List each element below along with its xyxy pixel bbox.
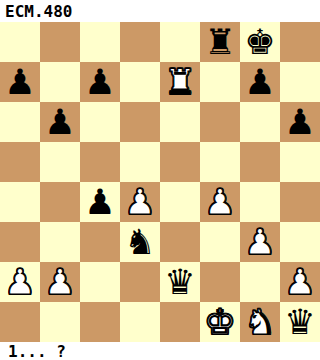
black-queen: ♛ [280,302,320,342]
white-pawn: ♟ [200,182,240,222]
square-c2[interactable] [80,262,120,302]
square-b5[interactable] [40,142,80,182]
square-c6[interactable] [80,102,120,142]
square-d5[interactable] [120,142,160,182]
square-a6[interactable] [0,102,40,142]
square-f1[interactable]: ♚ [200,302,240,342]
square-d6[interactable] [120,102,160,142]
square-e2[interactable]: ♛ [160,262,200,302]
square-f7[interactable] [200,62,240,102]
square-c1[interactable] [80,302,120,342]
square-a7[interactable]: ♟ [0,62,40,102]
square-b7[interactable] [40,62,80,102]
black-pawn: ♟ [280,102,320,142]
square-a8[interactable] [0,22,40,62]
square-c3[interactable] [80,222,120,262]
black-king: ♚ [240,22,280,62]
white-pawn: ♟ [120,182,160,222]
square-g2[interactable] [240,262,280,302]
square-b4[interactable] [40,182,80,222]
white-rook: ♜ [160,62,200,102]
square-d8[interactable] [120,22,160,62]
square-f2[interactable] [200,262,240,302]
black-queen: ♛ [160,262,200,302]
square-d3[interactable]: ♞ [120,222,160,262]
square-e5[interactable] [160,142,200,182]
square-d1[interactable] [120,302,160,342]
black-pawn: ♟ [240,62,280,102]
square-f6[interactable] [200,102,240,142]
square-h2[interactable]: ♟ [280,262,320,302]
square-h6[interactable]: ♟ [280,102,320,142]
square-g6[interactable] [240,102,280,142]
black-pawn: ♟ [0,62,40,102]
square-a2[interactable]: ♟ [0,262,40,302]
square-a3[interactable] [0,222,40,262]
square-h4[interactable] [280,182,320,222]
square-d4[interactable]: ♟ [120,182,160,222]
square-g7[interactable]: ♟ [240,62,280,102]
square-f3[interactable] [200,222,240,262]
square-c7[interactable]: ♟ [80,62,120,102]
square-c8[interactable] [80,22,120,62]
black-pawn: ♟ [40,102,80,142]
white-pawn: ♟ [40,262,80,302]
black-knight: ♞ [120,222,160,262]
square-g3[interactable]: ♟ [240,222,280,262]
black-pawn: ♟ [80,182,120,222]
square-c5[interactable] [80,142,120,182]
square-b8[interactable] [40,22,80,62]
black-rook: ♜ [200,22,240,62]
square-a1[interactable] [0,302,40,342]
square-b2[interactable]: ♟ [40,262,80,302]
square-g1[interactable]: ♞ [240,302,280,342]
chess-board: ♜♚♟♟♜♟♟♟♟♟♟♞♟♟♟♛♟♚♞♛ [0,22,320,342]
black-pawn: ♟ [80,62,120,102]
white-pawn: ♟ [280,262,320,302]
square-a5[interactable] [0,142,40,182]
square-a4[interactable] [0,182,40,222]
square-c4[interactable]: ♟ [80,182,120,222]
square-f4[interactable]: ♟ [200,182,240,222]
puzzle-title: ECM.480 [0,0,320,22]
white-knight: ♞ [240,302,280,342]
white-pawn: ♟ [0,262,40,302]
square-g4[interactable] [240,182,280,222]
square-b3[interactable] [40,222,80,262]
square-h5[interactable] [280,142,320,182]
square-e4[interactable] [160,182,200,222]
chess-puzzle-app: ECM.480 ♜♚♟♟♜♟♟♟♟♟♟♞♟♟♟♛♟♚♞♛ 1... ? [0,0,320,360]
square-h1[interactable]: ♛ [280,302,320,342]
square-e8[interactable] [160,22,200,62]
square-g8[interactable]: ♚ [240,22,280,62]
square-e7[interactable]: ♜ [160,62,200,102]
square-h7[interactable] [280,62,320,102]
white-king: ♚ [200,302,240,342]
square-e6[interactable] [160,102,200,142]
square-d7[interactable] [120,62,160,102]
square-h8[interactable] [280,22,320,62]
white-pawn: ♟ [240,222,280,262]
square-f8[interactable]: ♜ [200,22,240,62]
square-b1[interactable] [40,302,80,342]
square-b6[interactable]: ♟ [40,102,80,142]
square-h3[interactable] [280,222,320,262]
square-g5[interactable] [240,142,280,182]
move-prompt: 1... ? [0,342,320,360]
square-e1[interactable] [160,302,200,342]
square-d2[interactable] [120,262,160,302]
square-f5[interactable] [200,142,240,182]
square-e3[interactable] [160,222,200,262]
